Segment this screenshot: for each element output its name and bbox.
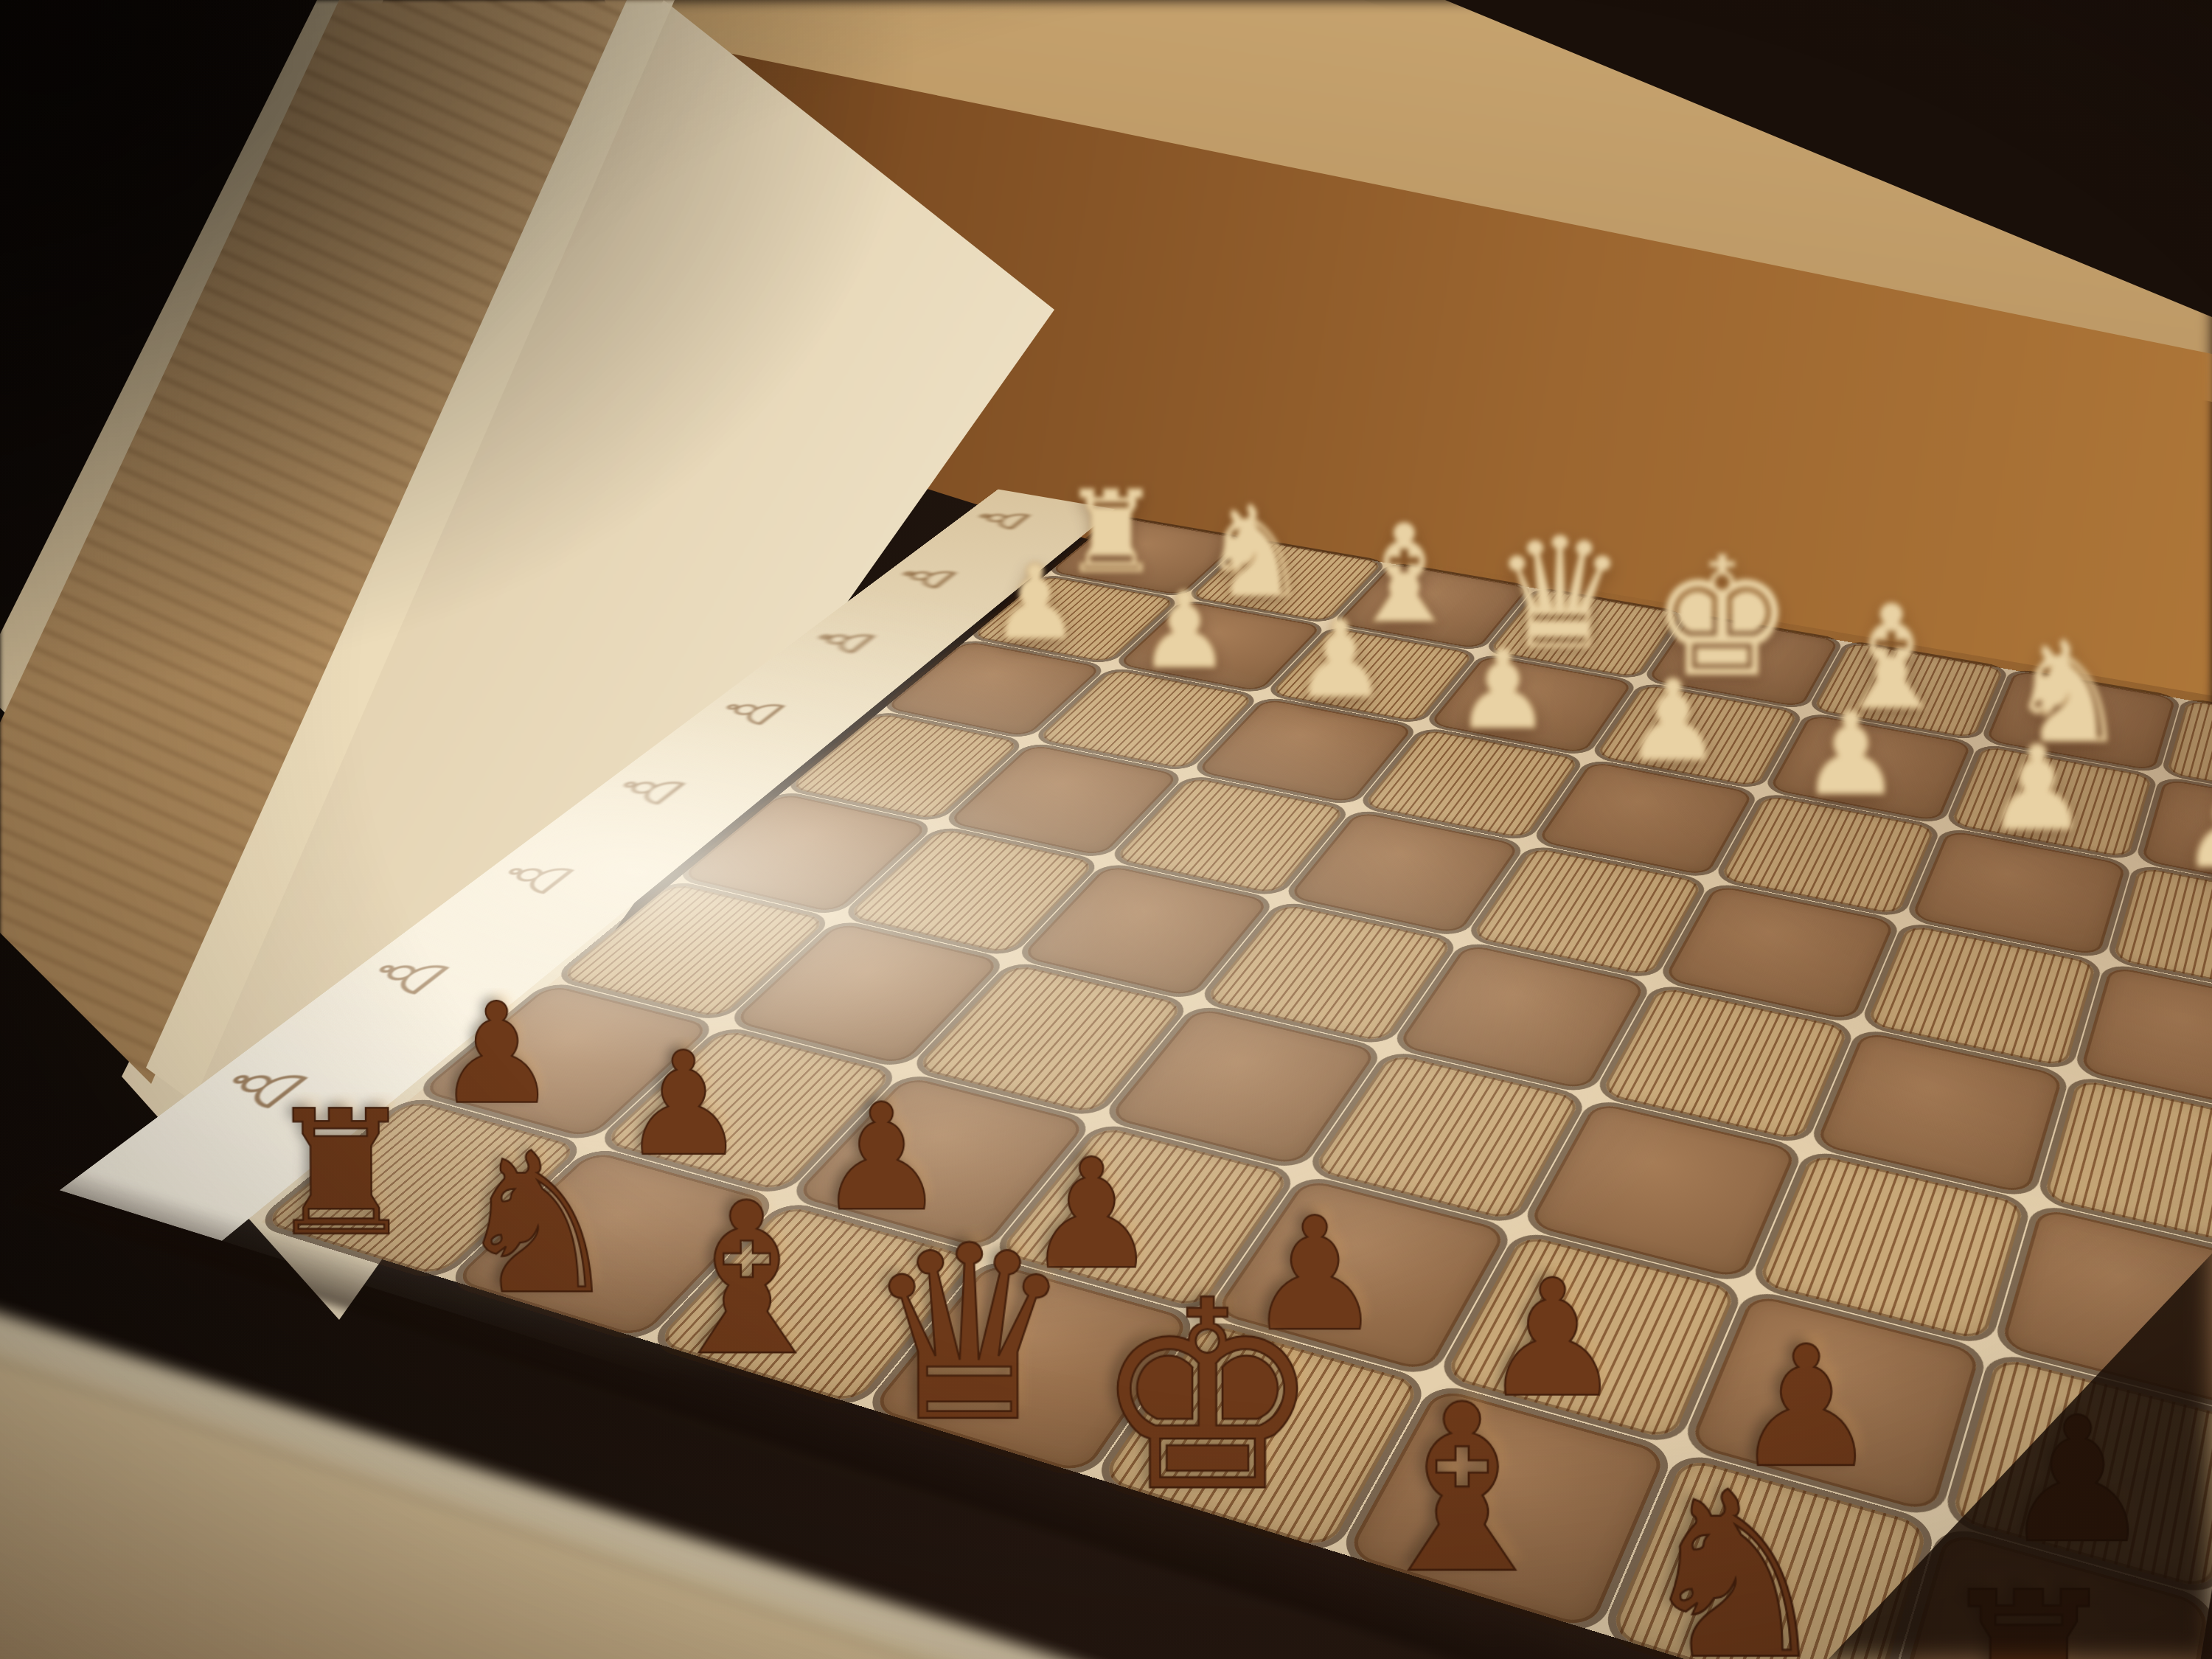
black-pawn-piece: ♟	[621, 1037, 747, 1172]
black-king-piece: ♚	[1092, 1274, 1322, 1522]
square-e5	[1397, 944, 1647, 1091]
white-pawn-piece: ♟	[1138, 580, 1231, 681]
black-pawn-piece: ♟	[436, 988, 558, 1120]
white-pawn-piece: ♟	[1800, 699, 1902, 809]
black-knight-piece: ♞	[1634, 1467, 1836, 1659]
black-knight-piece: ♞	[452, 1132, 623, 1316]
black-queen-piece: ♛	[863, 1220, 1075, 1449]
white-pawn-piece: ♟	[2179, 768, 2212, 883]
white-pawn-piece: ♟	[1624, 667, 1722, 774]
photo-scene: ♙♙♙♙♙♙♙♙ ♜♞♝♛♚♝♞♜♟♟♟♟♟♟♟♟♟♟♟♟♟♟♟♟♜♞♝♛♚♝♞…	[0, 0, 2212, 1659]
white-pawn-piece: ♟	[990, 554, 1080, 652]
engraved-pawn-icon: ♙	[882, 560, 970, 594]
black-rook-piece: ♜	[265, 1092, 417, 1256]
engraved-pawn-icon: ♙	[960, 504, 1044, 535]
white-pawn-piece: ♟	[1293, 608, 1387, 711]
black-bishop-piece: ♝	[654, 1181, 838, 1380]
white-pawn-piece: ♟	[1455, 637, 1551, 742]
white-pawn-piece: ♟	[1985, 733, 2089, 845]
square-h3	[2112, 866, 2212, 999]
black-bishop-piece: ♝	[1360, 1381, 1563, 1601]
